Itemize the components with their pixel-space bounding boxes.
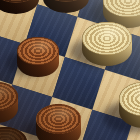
checker-piece-brown[interactable] xyxy=(0,127,27,140)
checker-piece-brown[interactable] xyxy=(17,37,59,77)
checker-piece-brown[interactable] xyxy=(0,0,39,14)
piece-face-rings xyxy=(0,127,27,140)
checker-piece-cream[interactable] xyxy=(119,82,140,128)
piece-face-rings xyxy=(36,104,81,134)
checkers-board-scene xyxy=(0,0,140,140)
checker-piece-cream[interactable] xyxy=(82,22,132,66)
checkers-pieces-layer xyxy=(0,0,140,140)
checker-piece-brown[interactable] xyxy=(0,82,18,123)
piece-face-rings xyxy=(17,37,59,65)
piece-face-rings xyxy=(82,22,132,55)
checker-piece-brown[interactable] xyxy=(43,0,89,13)
checker-piece-brown[interactable] xyxy=(36,104,81,140)
